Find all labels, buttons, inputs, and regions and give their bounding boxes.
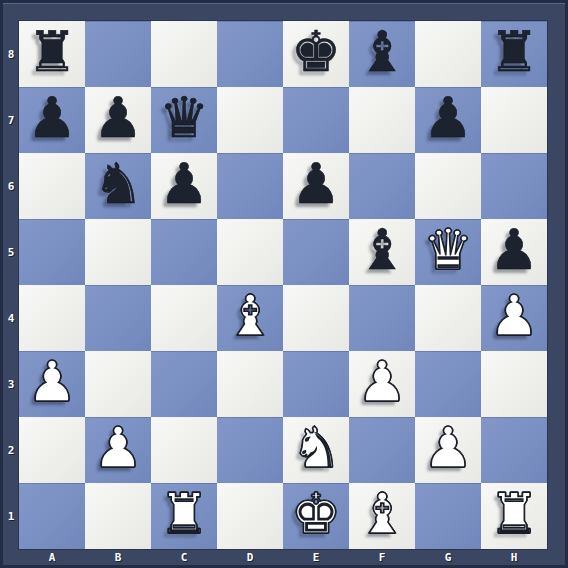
square-h5[interactable]: ♟ [481, 219, 547, 285]
square-c3[interactable] [151, 351, 217, 417]
square-e8[interactable]: ♚ [283, 21, 349, 87]
rank-label-4: 4 [3, 285, 19, 351]
square-b6[interactable]: ♞ [85, 153, 151, 219]
square-e2[interactable]: ♞ [283, 417, 349, 483]
square-c2[interactable] [151, 417, 217, 483]
square-b5[interactable] [85, 219, 151, 285]
square-g8[interactable] [415, 21, 481, 87]
piece-white-king-e1[interactable]: ♚ [291, 486, 341, 542]
file-label-f: F [349, 549, 415, 565]
square-g4[interactable] [415, 285, 481, 351]
square-h7[interactable] [481, 87, 547, 153]
square-b3[interactable] [85, 351, 151, 417]
square-f7[interactable] [349, 87, 415, 153]
file-label-a: A [19, 549, 85, 565]
square-a2[interactable] [19, 417, 85, 483]
piece-white-rook-h1[interactable]: ♜ [489, 486, 539, 542]
square-c1[interactable]: ♜ [151, 483, 217, 549]
piece-white-pawn-a3[interactable]: ♟ [27, 354, 77, 410]
square-d4[interactable]: ♝ [217, 285, 283, 351]
square-c8[interactable] [151, 21, 217, 87]
square-g2[interactable]: ♟ [415, 417, 481, 483]
piece-white-pawn-h4[interactable]: ♟ [489, 288, 539, 344]
square-d6[interactable] [217, 153, 283, 219]
square-b8[interactable] [85, 21, 151, 87]
rank-labels: 87654321 [3, 21, 19, 549]
piece-black-pawn-h5[interactable]: ♟ [489, 222, 539, 278]
file-labels: ABCDEFGH [19, 549, 547, 565]
square-b7[interactable]: ♟ [85, 87, 151, 153]
square-h4[interactable]: ♟ [481, 285, 547, 351]
square-d7[interactable] [217, 87, 283, 153]
rank-label-7: 7 [3, 87, 19, 153]
piece-black-queen-c7[interactable]: ♛ [159, 90, 209, 146]
square-g1[interactable] [415, 483, 481, 549]
piece-black-pawn-e6[interactable]: ♟ [291, 156, 341, 212]
square-e4[interactable] [283, 285, 349, 351]
piece-black-bishop-f8[interactable]: ♝ [357, 24, 407, 80]
piece-black-king-e8[interactable]: ♚ [291, 24, 341, 80]
square-e5[interactable] [283, 219, 349, 285]
square-d2[interactable] [217, 417, 283, 483]
piece-white-bishop-f1[interactable]: ♝ [357, 486, 407, 542]
square-b1[interactable] [85, 483, 151, 549]
square-h1[interactable]: ♜ [481, 483, 547, 549]
square-a3[interactable]: ♟ [19, 351, 85, 417]
piece-black-pawn-a7[interactable]: ♟ [27, 90, 77, 146]
square-c4[interactable] [151, 285, 217, 351]
square-a8[interactable]: ♜ [19, 21, 85, 87]
file-label-e: E [283, 549, 349, 565]
square-e1[interactable]: ♚ [283, 483, 349, 549]
piece-black-rook-a8[interactable]: ♜ [27, 24, 77, 80]
square-f6[interactable] [349, 153, 415, 219]
square-a7[interactable]: ♟ [19, 87, 85, 153]
square-h6[interactable] [481, 153, 547, 219]
square-b2[interactable]: ♟ [85, 417, 151, 483]
file-label-g: G [415, 549, 481, 565]
piece-white-pawn-b2[interactable]: ♟ [93, 420, 143, 476]
file-label-c: C [151, 549, 217, 565]
piece-white-bishop-d4[interactable]: ♝ [225, 288, 275, 344]
square-g5[interactable]: ♛ [415, 219, 481, 285]
rank-label-8: 8 [3, 21, 19, 87]
piece-white-pawn-g2[interactable]: ♟ [423, 420, 473, 476]
square-h8[interactable]: ♜ [481, 21, 547, 87]
rank-label-3: 3 [3, 351, 19, 417]
piece-white-knight-e2[interactable]: ♞ [291, 420, 341, 476]
piece-white-pawn-f3[interactable]: ♟ [357, 354, 407, 410]
file-label-d: D [217, 549, 283, 565]
square-h3[interactable] [481, 351, 547, 417]
square-e7[interactable] [283, 87, 349, 153]
square-a1[interactable] [19, 483, 85, 549]
square-f2[interactable] [349, 417, 415, 483]
square-e3[interactable] [283, 351, 349, 417]
square-d8[interactable] [217, 21, 283, 87]
square-h2[interactable] [481, 417, 547, 483]
square-e6[interactable]: ♟ [283, 153, 349, 219]
piece-black-pawn-b7[interactable]: ♟ [93, 90, 143, 146]
file-label-b: B [85, 549, 151, 565]
square-f8[interactable]: ♝ [349, 21, 415, 87]
square-f4[interactable] [349, 285, 415, 351]
square-d3[interactable] [217, 351, 283, 417]
piece-black-pawn-g7[interactable]: ♟ [423, 90, 473, 146]
square-c5[interactable] [151, 219, 217, 285]
piece-white-rook-c1[interactable]: ♜ [159, 486, 209, 542]
board: ♜♚♝♜♟♟♛♟♞♟♟♝♛♟♝♟♟♟♟♞♟♜♚♝♜ [19, 21, 547, 549]
piece-black-pawn-c6[interactable]: ♟ [159, 156, 209, 212]
square-b4[interactable] [85, 285, 151, 351]
square-g3[interactable] [415, 351, 481, 417]
piece-black-rook-h8[interactable]: ♜ [489, 24, 539, 80]
file-label-h: H [481, 549, 547, 565]
square-d1[interactable] [217, 483, 283, 549]
square-f1[interactable]: ♝ [349, 483, 415, 549]
square-a5[interactable] [19, 219, 85, 285]
rank-label-5: 5 [3, 219, 19, 285]
piece-black-knight-b6[interactable]: ♞ [93, 156, 143, 212]
square-g6[interactable] [415, 153, 481, 219]
rank-label-1: 1 [3, 483, 19, 549]
piece-white-queen-g5[interactable]: ♛ [423, 222, 473, 278]
square-a4[interactable] [19, 285, 85, 351]
square-f5[interactable]: ♝ [349, 219, 415, 285]
square-f3[interactable]: ♟ [349, 351, 415, 417]
rank-label-6: 6 [3, 153, 19, 219]
square-g7[interactable]: ♟ [415, 87, 481, 153]
piece-black-bishop-f5[interactable]: ♝ [357, 222, 407, 278]
rank-label-2: 2 [3, 417, 19, 483]
chessboard-frame: 87654321 ABCDEFGH ♜♚♝♜♟♟♛♟♞♟♟♝♛♟♝♟♟♟♟♞♟♜… [0, 0, 568, 568]
square-c7[interactable]: ♛ [151, 87, 217, 153]
square-a6[interactable] [19, 153, 85, 219]
square-c6[interactable]: ♟ [151, 153, 217, 219]
square-d5[interactable] [217, 219, 283, 285]
